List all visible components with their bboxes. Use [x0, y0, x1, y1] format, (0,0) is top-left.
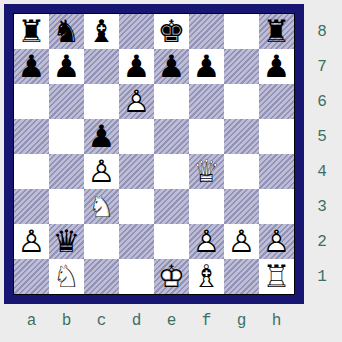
square-h1[interactable]: ♜♖	[259, 259, 294, 294]
square-b6[interactable]	[49, 84, 84, 119]
rank-label-1: 1	[306, 259, 338, 294]
square-g5[interactable]	[224, 119, 259, 154]
piece-white-knight-outline: ♘	[49, 259, 84, 294]
square-c4[interactable]: ♟♙	[84, 154, 119, 189]
piece-black-rook[interactable]: ♜	[259, 14, 294, 49]
square-f1[interactable]: ♝♗	[189, 259, 224, 294]
square-a3[interactable]	[14, 189, 49, 224]
piece-black-king[interactable]: ♚	[154, 14, 189, 49]
square-g1[interactable]	[224, 259, 259, 294]
square-a6[interactable]	[14, 84, 49, 119]
piece-white-pawn-outline: ♙	[189, 224, 224, 259]
piece-black-rook[interactable]: ♜	[14, 14, 49, 49]
piece-black-pawn[interactable]: ♟	[14, 49, 49, 84]
square-f6[interactable]	[189, 84, 224, 119]
square-b4[interactable]	[49, 154, 84, 189]
square-b7[interactable]: ♟	[49, 49, 84, 84]
file-label-g: g	[224, 306, 259, 336]
square-c6[interactable]	[84, 84, 119, 119]
square-h8[interactable]: ♜	[259, 14, 294, 49]
square-c8[interactable]: ♝	[84, 14, 119, 49]
square-a4[interactable]	[14, 154, 49, 189]
square-a7[interactable]: ♟	[14, 49, 49, 84]
square-d6[interactable]: ♟♙	[119, 84, 154, 119]
square-e3[interactable]	[154, 189, 189, 224]
piece-white-king-outline: ♔	[154, 259, 189, 294]
file-label-d: d	[119, 306, 154, 336]
square-g3[interactable]	[224, 189, 259, 224]
square-a5[interactable]	[14, 119, 49, 154]
square-c1[interactable]	[84, 259, 119, 294]
rank-label-2: 2	[306, 224, 338, 259]
piece-black-pawn[interactable]: ♟	[259, 49, 294, 84]
square-e4[interactable]	[154, 154, 189, 189]
square-f4[interactable]: ♛♕	[189, 154, 224, 189]
chessboard: ♜♞♝♚♜♟♟♟♟♟♟♟♙♟♟♙♛♕♞♘♟♙♛♟♙♟♙♟♙♞♘♚♔♝♗♜♖	[13, 13, 295, 295]
square-f2[interactable]: ♟♙	[189, 224, 224, 259]
square-f3[interactable]	[189, 189, 224, 224]
piece-white-pawn-outline: ♙	[119, 84, 154, 119]
piece-white-bishop-outline: ♗	[189, 259, 224, 294]
square-h4[interactable]	[259, 154, 294, 189]
piece-black-pawn[interactable]: ♟	[189, 49, 224, 84]
square-h2[interactable]: ♟♙	[259, 224, 294, 259]
rank-label-5: 5	[306, 119, 338, 154]
square-f8[interactable]	[189, 14, 224, 49]
rank-label-6: 6	[306, 84, 338, 119]
square-f5[interactable]	[189, 119, 224, 154]
square-d2[interactable]	[119, 224, 154, 259]
square-a2[interactable]: ♟♙	[14, 224, 49, 259]
piece-white-pawn-outline: ♙	[14, 224, 49, 259]
square-e5[interactable]	[154, 119, 189, 154]
piece-white-knight-outline: ♘	[84, 189, 119, 224]
square-b5[interactable]	[49, 119, 84, 154]
piece-white-queen-outline: ♕	[189, 154, 224, 189]
file-label-b: b	[49, 306, 84, 336]
square-h7[interactable]: ♟	[259, 49, 294, 84]
square-g6[interactable]	[224, 84, 259, 119]
square-e1[interactable]: ♚♔	[154, 259, 189, 294]
square-b1[interactable]: ♞♘	[49, 259, 84, 294]
piece-white-pawn-outline: ♙	[224, 224, 259, 259]
piece-black-knight[interactable]: ♞	[49, 14, 84, 49]
square-c5[interactable]: ♟	[84, 119, 119, 154]
file-labels: abcdefgh	[14, 306, 294, 336]
rank-label-8: 8	[306, 14, 338, 49]
piece-black-pawn[interactable]: ♟	[119, 49, 154, 84]
square-c2[interactable]	[84, 224, 119, 259]
rank-labels: 87654321	[306, 14, 338, 294]
file-label-e: e	[154, 306, 189, 336]
piece-black-pawn[interactable]: ♟	[49, 49, 84, 84]
square-a1[interactable]	[14, 259, 49, 294]
square-h5[interactable]	[259, 119, 294, 154]
piece-black-queen[interactable]: ♛	[49, 224, 84, 259]
square-g4[interactable]	[224, 154, 259, 189]
square-e7[interactable]: ♟	[154, 49, 189, 84]
square-e6[interactable]	[154, 84, 189, 119]
square-g2[interactable]: ♟♙	[224, 224, 259, 259]
square-c7[interactable]	[84, 49, 119, 84]
piece-black-bishop[interactable]: ♝	[84, 14, 119, 49]
chess-diagram: ♜♞♝♚♜♟♟♟♟♟♟♟♙♟♟♙♛♕♞♘♟♙♛♟♙♟♙♟♙♞♘♚♔♝♗♜♖ 87…	[0, 0, 342, 342]
square-f7[interactable]: ♟	[189, 49, 224, 84]
square-c3[interactable]: ♞♘	[84, 189, 119, 224]
square-b2[interactable]: ♛	[49, 224, 84, 259]
square-d5[interactable]	[119, 119, 154, 154]
piece-white-rook-outline: ♖	[259, 259, 294, 294]
square-d3[interactable]	[119, 189, 154, 224]
file-label-f: f	[189, 306, 224, 336]
square-h6[interactable]	[259, 84, 294, 119]
square-e2[interactable]	[154, 224, 189, 259]
file-label-a: a	[14, 306, 49, 336]
square-d4[interactable]	[119, 154, 154, 189]
piece-white-pawn-outline: ♙	[259, 224, 294, 259]
square-g7[interactable]	[224, 49, 259, 84]
rank-label-3: 3	[306, 189, 338, 224]
square-e8[interactable]: ♚	[154, 14, 189, 49]
square-b8[interactable]: ♞	[49, 14, 84, 49]
board-frame: ♜♞♝♚♜♟♟♟♟♟♟♟♙♟♟♙♛♕♞♘♟♙♛♟♙♟♙♟♙♞♘♚♔♝♗♜♖	[4, 4, 304, 304]
square-d8[interactable]	[119, 14, 154, 49]
piece-white-pawn-outline: ♙	[84, 154, 119, 189]
square-b3[interactable]	[49, 189, 84, 224]
piece-black-pawn[interactable]: ♟	[154, 49, 189, 84]
square-d7[interactable]: ♟	[119, 49, 154, 84]
square-d1[interactable]	[119, 259, 154, 294]
square-g8[interactable]	[224, 14, 259, 49]
rank-label-7: 7	[306, 49, 338, 84]
file-label-h: h	[259, 306, 294, 336]
piece-black-pawn[interactable]: ♟	[84, 119, 119, 154]
square-h3[interactable]	[259, 189, 294, 224]
file-label-c: c	[84, 306, 119, 336]
square-a8[interactable]: ♜	[14, 14, 49, 49]
rank-label-4: 4	[306, 154, 338, 189]
